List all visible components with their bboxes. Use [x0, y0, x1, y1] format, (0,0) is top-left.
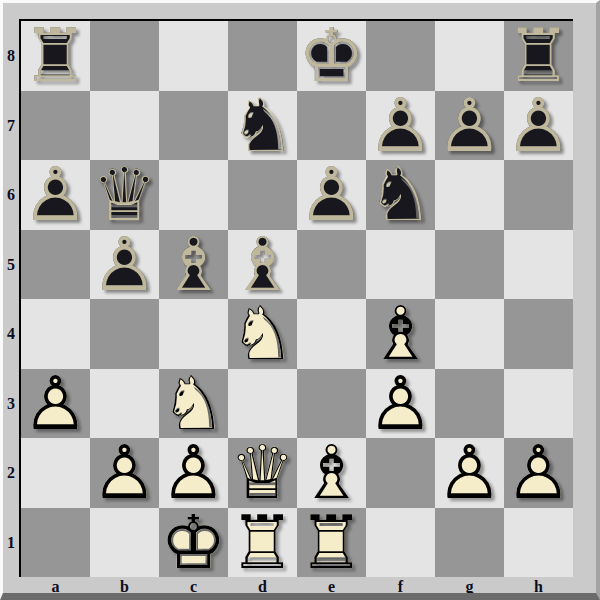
- square-h1[interactable]: [504, 508, 573, 578]
- square-g2[interactable]: ♟♙: [435, 438, 504, 508]
- piece-white-pawn: ♟♙: [366, 369, 435, 439]
- square-a8[interactable]: ♜♖: [21, 21, 90, 91]
- square-e8[interactable]: ♚♔: [297, 21, 366, 91]
- square-f1[interactable]: [366, 508, 435, 578]
- square-e4[interactable]: [297, 299, 366, 369]
- rank-label-3: 3: [3, 369, 19, 439]
- piece-white-pawn: ♟♙: [504, 438, 573, 508]
- square-h8[interactable]: ♜♖: [504, 21, 573, 91]
- piece-black-queen: ♛♕: [90, 160, 159, 230]
- square-a2[interactable]: [21, 438, 90, 508]
- square-f8[interactable]: [366, 21, 435, 91]
- square-b7[interactable]: [90, 91, 159, 161]
- square-d5[interactable]: ♝♗: [228, 230, 297, 300]
- square-b6[interactable]: ♛♕: [90, 160, 159, 230]
- square-g7[interactable]: ♟♙: [435, 91, 504, 161]
- square-g6[interactable]: [435, 160, 504, 230]
- rank-label-7: 7: [3, 91, 19, 161]
- square-f6[interactable]: ♞♘: [366, 160, 435, 230]
- rank-label-2: 2: [3, 438, 19, 508]
- piece-black-knight: ♞♘: [228, 91, 297, 161]
- file-label-f: f: [366, 579, 435, 595]
- square-c2[interactable]: ♟♙: [159, 438, 228, 508]
- file-label-d: d: [228, 579, 297, 595]
- square-b8[interactable]: [90, 21, 159, 91]
- rank-label-6: 6: [3, 160, 19, 230]
- square-g8[interactable]: [435, 21, 504, 91]
- square-d2[interactable]: ♛♕: [228, 438, 297, 508]
- square-f4[interactable]: ♝♗: [366, 299, 435, 369]
- file-label-c: c: [159, 579, 228, 595]
- square-h7[interactable]: ♟♙: [504, 91, 573, 161]
- square-b1[interactable]: [90, 508, 159, 578]
- piece-black-bishop: ♝♗: [228, 230, 297, 300]
- square-d7[interactable]: ♞♘: [228, 91, 297, 161]
- square-a5[interactable]: [21, 230, 90, 300]
- square-e1[interactable]: ♜♖: [297, 508, 366, 578]
- square-a7[interactable]: [21, 91, 90, 161]
- piece-black-king: ♚♔: [297, 21, 366, 91]
- square-h5[interactable]: [504, 230, 573, 300]
- piece-black-pawn: ♟♙: [504, 91, 573, 161]
- piece-white-bishop: ♝♗: [297, 438, 366, 508]
- square-c4[interactable]: [159, 299, 228, 369]
- piece-black-rook: ♜♖: [504, 21, 573, 91]
- square-e3[interactable]: [297, 369, 366, 439]
- piece-black-pawn: ♟♙: [297, 160, 366, 230]
- square-d3[interactable]: [228, 369, 297, 439]
- chess-diagram: 87654321 ♜♖♚♔♜♖♞♘♟♙♟♙♟♙♟♙♛♕♟♙♞♘♟♙♝♗♝♗♞♘♝…: [0, 0, 600, 600]
- square-c5[interactable]: ♝♗: [159, 230, 228, 300]
- rank-label-8: 8: [3, 21, 19, 91]
- square-h2[interactable]: ♟♙: [504, 438, 573, 508]
- square-c8[interactable]: [159, 21, 228, 91]
- square-b2[interactable]: ♟♙: [90, 438, 159, 508]
- piece-black-pawn: ♟♙: [435, 91, 504, 161]
- piece-black-bishop: ♝♗: [159, 230, 228, 300]
- piece-black-pawn: ♟♙: [21, 160, 90, 230]
- square-e6[interactable]: ♟♙: [297, 160, 366, 230]
- piece-white-king: ♚♔: [159, 508, 228, 578]
- square-c3[interactable]: ♞♘: [159, 369, 228, 439]
- square-g4[interactable]: [435, 299, 504, 369]
- file-labels: abcdefgh: [21, 579, 573, 595]
- rank-label-4: 4: [3, 299, 19, 369]
- piece-black-pawn: ♟♙: [90, 230, 159, 300]
- file-label-a: a: [21, 579, 90, 595]
- rank-label-5: 5: [3, 230, 19, 300]
- square-f3[interactable]: ♟♙: [366, 369, 435, 439]
- piece-white-queen: ♛♕: [228, 438, 297, 508]
- square-e5[interactable]: [297, 230, 366, 300]
- piece-white-rook: ♜♖: [297, 508, 366, 578]
- square-a4[interactable]: [21, 299, 90, 369]
- square-b3[interactable]: [90, 369, 159, 439]
- square-d4[interactable]: ♞♘: [228, 299, 297, 369]
- square-f2[interactable]: [366, 438, 435, 508]
- square-g3[interactable]: [435, 369, 504, 439]
- square-h3[interactable]: [504, 369, 573, 439]
- square-h4[interactable]: [504, 299, 573, 369]
- square-c1[interactable]: ♚♔: [159, 508, 228, 578]
- file-label-h: h: [504, 579, 573, 595]
- square-d8[interactable]: [228, 21, 297, 91]
- square-e7[interactable]: [297, 91, 366, 161]
- piece-white-pawn: ♟♙: [159, 438, 228, 508]
- square-e2[interactable]: ♝♗: [297, 438, 366, 508]
- square-a6[interactable]: ♟♙: [21, 160, 90, 230]
- square-b4[interactable]: [90, 299, 159, 369]
- piece-white-pawn: ♟♙: [435, 438, 504, 508]
- file-label-g: g: [435, 579, 504, 595]
- piece-white-knight: ♞♘: [228, 299, 297, 369]
- piece-white-pawn: ♟♙: [90, 438, 159, 508]
- square-d1[interactable]: ♜♖: [228, 508, 297, 578]
- piece-white-knight: ♞♘: [159, 369, 228, 439]
- square-a1[interactable]: [21, 508, 90, 578]
- file-label-e: e: [297, 579, 366, 595]
- square-g1[interactable]: [435, 508, 504, 578]
- piece-black-pawn: ♟♙: [366, 91, 435, 161]
- file-label-b: b: [90, 579, 159, 595]
- rank-labels: 87654321: [3, 21, 19, 577]
- piece-white-bishop: ♝♗: [366, 299, 435, 369]
- piece-white-rook: ♜♖: [228, 508, 297, 578]
- piece-black-rook: ♜♖: [21, 21, 90, 91]
- piece-white-pawn: ♟♙: [21, 369, 90, 439]
- rank-label-1: 1: [3, 508, 19, 578]
- square-h6[interactable]: [504, 160, 573, 230]
- square-f7[interactable]: ♟♙: [366, 91, 435, 161]
- square-b5[interactable]: ♟♙: [90, 230, 159, 300]
- square-c7[interactable]: [159, 91, 228, 161]
- square-d6[interactable]: [228, 160, 297, 230]
- square-f5[interactable]: [366, 230, 435, 300]
- square-g5[interactable]: [435, 230, 504, 300]
- square-c6[interactable]: [159, 160, 228, 230]
- square-a3[interactable]: ♟♙: [21, 369, 90, 439]
- chess-board: ♜♖♚♔♜♖♞♘♟♙♟♙♟♙♟♙♛♕♟♙♞♘♟♙♝♗♝♗♞♘♝♗♟♙♞♘♟♙♟♙…: [19, 19, 573, 577]
- piece-black-knight: ♞♘: [366, 160, 435, 230]
